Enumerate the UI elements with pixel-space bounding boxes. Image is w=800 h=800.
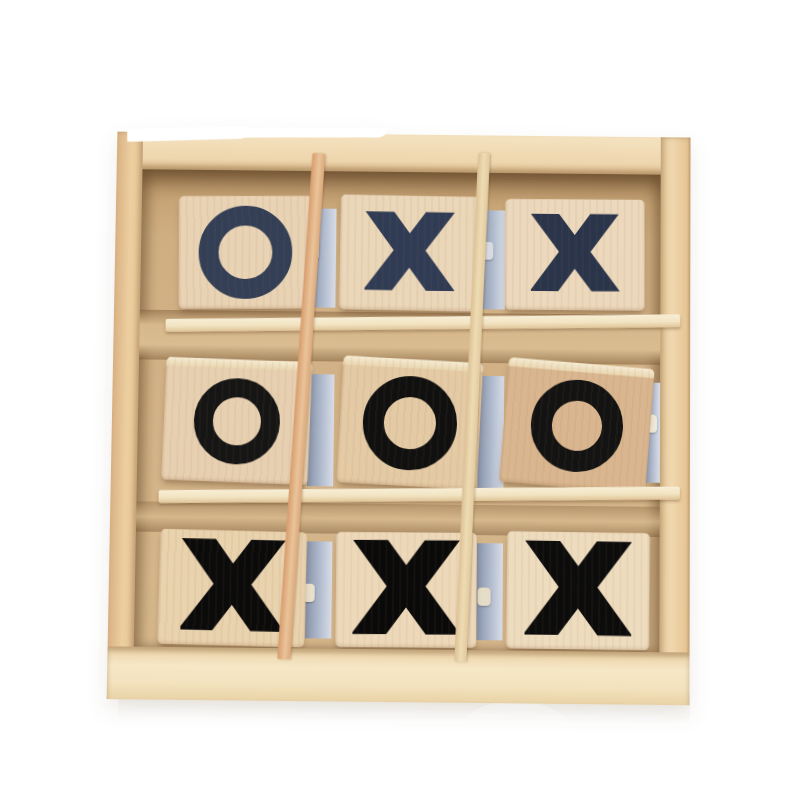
x-symbol: X — [533, 210, 616, 299]
frame-right-rail — [659, 137, 690, 705]
o-symbol — [360, 374, 459, 473]
o-symbol — [192, 377, 282, 466]
base-notch — [463, 701, 568, 754]
cell-r2c3[interactable] — [499, 358, 654, 494]
wood-edge-cutout — [234, 128, 388, 138]
o-symbol — [527, 376, 626, 475]
x-symbol: X — [367, 207, 453, 299]
cell-r1c2[interactable]: X — [339, 194, 480, 311]
tictactoe-board: XXXXX — [107, 132, 691, 706]
x-symbol: X — [528, 536, 628, 645]
cell-r2c2[interactable] — [336, 356, 483, 490]
frame-bottom-rail — [107, 646, 690, 705]
product-photo-background: XXXXX — [0, 0, 800, 800]
cell-r3c3[interactable]: X — [506, 531, 650, 650]
board-well: XXXXX — [134, 169, 661, 652]
cell-r1c3[interactable]: X — [505, 199, 645, 311]
cell-r1c1[interactable] — [179, 196, 313, 309]
x-symbol: X — [356, 536, 456, 644]
o-symbol — [199, 206, 293, 299]
axle-peg — [477, 588, 490, 606]
x-symbol: X — [183, 535, 282, 641]
